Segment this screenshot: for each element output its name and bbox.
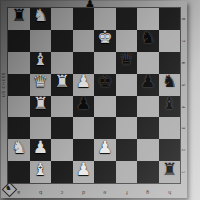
us-chess-brand-text: US CHESS xyxy=(1,57,8,113)
file-label: b xyxy=(30,189,52,197)
white-rook[interactable]: ♜ xyxy=(33,95,48,112)
square-e4[interactable] xyxy=(94,96,116,118)
square-e7[interactable]: ♚ xyxy=(94,30,116,52)
file-label: c xyxy=(51,189,73,197)
file-label: h xyxy=(159,189,181,197)
white-bishop[interactable]: ♝ xyxy=(33,51,48,68)
white-pawn[interactable]: ♟ xyxy=(76,161,91,178)
file-label: e xyxy=(94,189,116,197)
white-bishop[interactable]: ♝ xyxy=(33,161,48,178)
square-d4[interactable]: ♟ xyxy=(73,96,95,118)
square-a2[interactable]: ♞ xyxy=(8,139,30,161)
rank-label: 2 xyxy=(173,147,195,154)
rank-labels: 87654321 xyxy=(180,8,187,183)
square-f4[interactable] xyxy=(116,96,138,118)
square-c7[interactable] xyxy=(51,30,73,52)
black-king[interactable]: ♚ xyxy=(97,73,112,90)
rank-label: 8 xyxy=(173,15,195,22)
white-pawn[interactable]: ♟ xyxy=(97,139,112,156)
file-label: a xyxy=(8,189,30,197)
black-knight[interactable]: ♞ xyxy=(140,29,155,46)
file-labels: abcdefgh xyxy=(8,189,180,197)
chess-board: ♜♞♚♞♝♛♛♜♟♚♟♞♜♟♝♞♟♟♝♟♜ US CHESS ♞ abcdefg… xyxy=(1,1,187,198)
square-d7[interactable] xyxy=(73,30,95,52)
square-c8[interactable] xyxy=(51,8,73,30)
black-pawn[interactable]: ♟ xyxy=(140,73,155,90)
white-knight[interactable]: ♞ xyxy=(33,7,48,24)
square-a7[interactable] xyxy=(8,30,30,52)
square-e1[interactable] xyxy=(94,161,116,183)
square-c4[interactable] xyxy=(51,96,73,118)
rank-label: 4 xyxy=(173,103,195,110)
white-rook[interactable]: ♜ xyxy=(54,73,69,90)
square-e2[interactable]: ♟ xyxy=(94,139,116,161)
square-g2[interactable] xyxy=(137,139,159,161)
square-c2[interactable] xyxy=(51,139,73,161)
white-queen[interactable]: ♛ xyxy=(33,73,48,90)
square-b4[interactable]: ♜ xyxy=(30,96,52,118)
square-g3[interactable] xyxy=(137,117,159,139)
square-g1[interactable] xyxy=(137,161,159,183)
square-f8[interactable] xyxy=(116,8,138,30)
white-pawn[interactable]: ♟ xyxy=(76,73,91,90)
rank-label: 1 xyxy=(173,169,195,176)
photo-scene: ♜♞♚♞♝♛♛♜♟♚♟♞♜♟♝♞♟♟♝♟♜ US CHESS ♞ abcdefg… xyxy=(0,0,200,200)
file-label: f xyxy=(116,189,138,197)
black-pawn[interactable]: ♟ xyxy=(76,95,91,112)
rank-label: 7 xyxy=(173,37,195,44)
rank-label: 6 xyxy=(173,59,195,66)
rank-label: 3 xyxy=(173,125,195,132)
square-a4[interactable] xyxy=(8,96,30,118)
square-c5[interactable]: ♜ xyxy=(51,74,73,96)
square-a8[interactable]: ♜ xyxy=(8,8,30,30)
square-f3[interactable] xyxy=(116,117,138,139)
square-f5[interactable] xyxy=(116,74,138,96)
square-f2[interactable] xyxy=(116,139,138,161)
white-king[interactable]: ♚ xyxy=(97,29,112,46)
square-b8[interactable]: ♞ xyxy=(30,8,52,30)
square-d1[interactable]: ♟ xyxy=(73,161,95,183)
square-f6[interactable]: ♛ xyxy=(116,52,138,74)
square-a5[interactable] xyxy=(8,74,30,96)
black-queen[interactable]: ♛ xyxy=(119,51,134,68)
file-label: g xyxy=(137,189,159,197)
square-b1[interactable]: ♝ xyxy=(30,161,52,183)
white-knight[interactable]: ♞ xyxy=(11,139,26,156)
captured-black-pawn: ♟ xyxy=(85,0,95,9)
square-a6[interactable] xyxy=(8,52,30,74)
square-a1[interactable] xyxy=(8,161,30,183)
square-g5[interactable]: ♟ xyxy=(137,74,159,96)
square-f1[interactable] xyxy=(116,161,138,183)
square-d8[interactable] xyxy=(73,8,95,30)
square-g4[interactable] xyxy=(137,96,159,118)
rank-label: 5 xyxy=(173,81,195,88)
white-pawn[interactable]: ♟ xyxy=(33,139,48,156)
board-squares: ♜♞♚♞♝♛♛♜♟♚♟♞♜♟♝♞♟♟♝♟♜ xyxy=(8,8,180,183)
black-rook[interactable]: ♜ xyxy=(11,7,26,24)
square-e5[interactable]: ♚ xyxy=(94,74,116,96)
square-g7[interactable]: ♞ xyxy=(137,30,159,52)
square-c1[interactable] xyxy=(51,161,73,183)
square-d3[interactable] xyxy=(73,117,95,139)
file-label: d xyxy=(73,189,95,197)
square-c3[interactable] xyxy=(51,117,73,139)
